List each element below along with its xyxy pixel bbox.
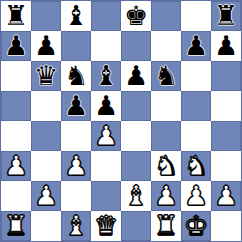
square-c1[interactable]: ♝ [61, 211, 91, 241]
chess-board: ♜♝♚♜♟♟♟♟♛♞♝♟♞♟♟♟♟♟♞♞♟♝♟♟♟♜♝♛♜♚ [0, 0, 242, 242]
black-knight[interactable]: ♞ [64, 62, 88, 89]
square-c5[interactable]: ♟ [61, 91, 91, 121]
square-f5[interactable] [151, 91, 181, 121]
square-g5[interactable] [181, 91, 211, 121]
white-pawn[interactable]: ♟ [94, 122, 118, 149]
black-bishop[interactable]: ♝ [94, 62, 118, 89]
black-pawn[interactable]: ♟ [94, 92, 118, 119]
square-a6[interactable] [1, 61, 31, 91]
square-g7[interactable]: ♟ [181, 31, 211, 61]
square-g2[interactable]: ♟ [181, 181, 211, 211]
square-g8[interactable] [181, 1, 211, 31]
white-knight[interactable]: ♞ [184, 152, 208, 179]
square-a2[interactable] [1, 181, 31, 211]
square-c3[interactable]: ♟ [61, 151, 91, 181]
square-f4[interactable] [151, 121, 181, 151]
square-d8[interactable] [91, 1, 121, 31]
square-f8[interactable] [151, 1, 181, 31]
square-c4[interactable] [61, 121, 91, 151]
square-b3[interactable] [31, 151, 61, 181]
white-bishop[interactable]: ♝ [64, 212, 88, 239]
square-g6[interactable] [181, 61, 211, 91]
square-h3[interactable] [211, 151, 241, 181]
white-pawn[interactable]: ♟ [184, 182, 208, 209]
square-f1[interactable]: ♜ [151, 211, 181, 241]
black-knight[interactable]: ♞ [154, 62, 178, 89]
white-pawn[interactable]: ♟ [34, 182, 58, 209]
white-bishop[interactable]: ♝ [124, 182, 148, 209]
square-b2[interactable]: ♟ [31, 181, 61, 211]
square-h2[interactable]: ♟ [211, 181, 241, 211]
square-d1[interactable]: ♛ [91, 211, 121, 241]
square-d7[interactable] [91, 31, 121, 61]
square-c8[interactable]: ♝ [61, 1, 91, 31]
black-pawn[interactable]: ♟ [214, 32, 238, 59]
black-pawn[interactable]: ♟ [34, 32, 58, 59]
square-g1[interactable]: ♚ [181, 211, 211, 241]
square-h5[interactable] [211, 91, 241, 121]
square-d4[interactable]: ♟ [91, 121, 121, 151]
square-h6[interactable] [211, 61, 241, 91]
white-rook[interactable]: ♜ [154, 212, 178, 239]
white-pawn[interactable]: ♟ [4, 152, 28, 179]
black-pawn[interactable]: ♟ [64, 92, 88, 119]
white-pawn[interactable]: ♟ [64, 152, 88, 179]
square-a1[interactable]: ♜ [1, 211, 31, 241]
black-bishop[interactable]: ♝ [64, 2, 88, 29]
black-rook[interactable]: ♜ [214, 2, 238, 29]
black-pawn[interactable]: ♟ [184, 32, 208, 59]
square-g3[interactable]: ♞ [181, 151, 211, 181]
white-queen[interactable]: ♛ [94, 212, 118, 239]
square-a8[interactable]: ♜ [1, 1, 31, 31]
black-rook[interactable]: ♜ [4, 2, 28, 29]
square-a5[interactable] [1, 91, 31, 121]
square-b8[interactable] [31, 1, 61, 31]
square-h4[interactable] [211, 121, 241, 151]
square-d3[interactable] [91, 151, 121, 181]
black-queen[interactable]: ♛ [34, 62, 58, 89]
square-a4[interactable] [1, 121, 31, 151]
square-f7[interactable] [151, 31, 181, 61]
square-c6[interactable]: ♞ [61, 61, 91, 91]
square-h8[interactable]: ♜ [211, 1, 241, 31]
square-d6[interactable]: ♝ [91, 61, 121, 91]
square-b6[interactable]: ♛ [31, 61, 61, 91]
square-d5[interactable]: ♟ [91, 91, 121, 121]
white-king[interactable]: ♚ [184, 212, 208, 239]
square-h1[interactable] [211, 211, 241, 241]
square-f2[interactable]: ♟ [151, 181, 181, 211]
square-e7[interactable] [121, 31, 151, 61]
black-pawn[interactable]: ♟ [124, 62, 148, 89]
square-c7[interactable] [61, 31, 91, 61]
square-e3[interactable] [121, 151, 151, 181]
square-e8[interactable]: ♚ [121, 1, 151, 31]
white-rook[interactable]: ♜ [4, 212, 28, 239]
square-f3[interactable]: ♞ [151, 151, 181, 181]
square-g4[interactable] [181, 121, 211, 151]
square-b7[interactable]: ♟ [31, 31, 61, 61]
square-a3[interactable]: ♟ [1, 151, 31, 181]
square-e1[interactable] [121, 211, 151, 241]
square-f6[interactable]: ♞ [151, 61, 181, 91]
square-c2[interactable] [61, 181, 91, 211]
black-king[interactable]: ♚ [124, 2, 148, 29]
square-b1[interactable] [31, 211, 61, 241]
square-e2[interactable]: ♝ [121, 181, 151, 211]
square-h7[interactable]: ♟ [211, 31, 241, 61]
white-knight[interactable]: ♞ [154, 152, 178, 179]
white-pawn[interactable]: ♟ [214, 182, 238, 209]
square-d2[interactable] [91, 181, 121, 211]
square-e5[interactable] [121, 91, 151, 121]
square-e6[interactable]: ♟ [121, 61, 151, 91]
black-pawn[interactable]: ♟ [4, 32, 28, 59]
white-pawn[interactable]: ♟ [154, 182, 178, 209]
square-b4[interactable] [31, 121, 61, 151]
square-e4[interactable] [121, 121, 151, 151]
square-b5[interactable] [31, 91, 61, 121]
square-a7[interactable]: ♟ [1, 31, 31, 61]
